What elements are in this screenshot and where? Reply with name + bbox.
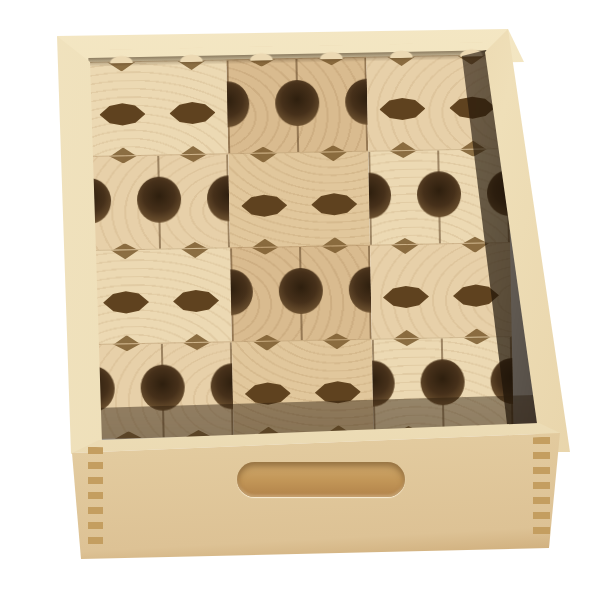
- seam-notch: [386, 56, 416, 67]
- seam-notch: [316, 57, 346, 66]
- seam-notch: [462, 336, 492, 345]
- seam-notch: [112, 343, 142, 352]
- cutout-hole: [226, 81, 249, 128]
- cutout-diamond: [169, 101, 215, 126]
- cutout-diamond: [103, 290, 149, 315]
- wave-block-tile-r2-c1-holes: [88, 153, 230, 251]
- cutout-diamond: [245, 381, 291, 406]
- seam-notch: [182, 342, 212, 351]
- wave-block-tile-r1-c2-holes: [226, 57, 368, 155]
- cutout-diamond: [173, 289, 219, 314]
- seam-notch: [388, 150, 418, 159]
- seam-notch: [176, 60, 206, 71]
- cutout-hole: [207, 175, 230, 222]
- seam-notch: [322, 339, 352, 350]
- seam-notch: [392, 338, 422, 347]
- cutout-diamond: [379, 97, 425, 122]
- blocks-grid: [86, 54, 513, 438]
- wave-block-tile-r2-c2-bowtie: [228, 151, 370, 249]
- cutout-hole: [348, 266, 371, 313]
- cutout-hole: [417, 171, 462, 218]
- seam-notch: [318, 151, 348, 162]
- cutout-hole: [278, 268, 323, 315]
- seam-notch: [110, 249, 140, 260]
- seam-notch: [180, 248, 210, 259]
- cutout-hole: [230, 269, 253, 316]
- seam-notch: [106, 61, 136, 72]
- seam-notch: [252, 340, 282, 351]
- cutout-diamond: [311, 192, 357, 217]
- seam-notch: [246, 58, 276, 67]
- cutout-diamond: [241, 193, 287, 218]
- seam-notch: [178, 154, 208, 163]
- cutout-diamond: [99, 102, 145, 127]
- wave-block-tile-r1-c1-bowtie: [86, 59, 228, 157]
- cutout-hole: [275, 80, 320, 127]
- seam-notch: [390, 244, 420, 255]
- seam-notch: [250, 246, 280, 255]
- product-photo-scene: [0, 0, 600, 600]
- cutout-hole: [368, 172, 391, 219]
- cutout-hole: [137, 176, 182, 223]
- cutout-diamond: [383, 285, 429, 310]
- cutout-hole: [210, 363, 233, 410]
- wave-block-tile-r3-c1-bowtie: [90, 247, 232, 345]
- wave-block-tile-r3-c2-holes: [230, 245, 372, 343]
- seam-notch: [248, 152, 278, 163]
- seam-notch: [108, 155, 138, 164]
- cutout-hole: [345, 78, 368, 125]
- handle-recess: [237, 462, 405, 497]
- cutout-hole: [140, 364, 185, 411]
- finger-joints-left: [88, 447, 103, 546]
- seam-notch: [320, 245, 350, 254]
- finger-joints-right: [533, 437, 550, 538]
